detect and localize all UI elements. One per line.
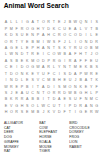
word-list-column: BATCOWELEPHANTHORSEKOALAMOUSETIGER (39, 121, 57, 154)
word-list-column: ALLIGATORCATDEERDOGGIRAFFEMONKEYRAT (4, 121, 23, 154)
page: Animal Word Search ALLIGATORTEJBWQNISPMF… (0, 0, 101, 160)
page-title: Animal Word Search (4, 2, 69, 10)
word-list-item: TIGER (39, 149, 57, 154)
word-list-column: BIRDCROCODILEDONKEYFROGLIONRABBIT (69, 121, 89, 149)
word-search-grid: ALLIGATORTEJBWQNISPMFROGHYDKCUEALVTBKDSU… (3, 19, 99, 115)
word-list-item: RABBIT (69, 144, 89, 149)
grid-cell[interactable]: W (94, 109, 99, 115)
word-list: ALLIGATORCATDEERDOGGIRAFFEMONKEYRATBATCO… (0, 121, 101, 158)
word-list-item: RAT (4, 149, 23, 154)
